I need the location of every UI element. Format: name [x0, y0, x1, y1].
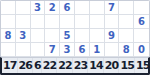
given-digit-cell: 3 [16, 29, 31, 43]
given-digit-cell: 8 [119, 43, 134, 57]
puzzle-board: 326768359736180 1726622222314201515 [0, 0, 150, 75]
given-digit-cell: 6 [60, 1, 75, 15]
puzzle-grid: 326768359736180 [0, 0, 150, 57]
empty-entry-cell[interactable] [1, 43, 16, 57]
empty-entry-cell[interactable] [105, 43, 120, 57]
column-sum: 15 [119, 58, 135, 73]
empty-entry-cell[interactable] [16, 15, 31, 29]
column-sum: 22 [57, 58, 73, 73]
column-sums-row: 1726622222314201515 [0, 57, 150, 75]
given-digit-cell: 3 [31, 1, 46, 15]
empty-entry-cell[interactable] [16, 1, 31, 15]
empty-entry-cell[interactable] [60, 15, 75, 29]
empty-entry-cell[interactable] [75, 15, 90, 29]
empty-entry-cell[interactable] [75, 1, 90, 15]
given-digit-cell: 8 [1, 29, 16, 43]
given-digit-cell: 6 [75, 43, 90, 57]
column-sum: 15 [135, 58, 150, 73]
given-digit-cell: 1 [90, 43, 105, 57]
empty-entry-cell[interactable] [1, 1, 16, 15]
column-sum: 17 [2, 58, 18, 73]
empty-entry-cell[interactable] [90, 1, 105, 15]
column-sum: 22 [42, 58, 58, 73]
empty-entry-cell[interactable] [45, 15, 60, 29]
empty-entry-cell[interactable] [31, 43, 46, 57]
given-digit-cell: 5 [60, 29, 75, 43]
given-digit-cell: 3 [60, 43, 75, 57]
column-sum: 20 [104, 58, 120, 73]
empty-entry-cell[interactable] [119, 15, 134, 29]
column-sum: 23 [73, 58, 89, 73]
given-digit-cell: 7 [105, 1, 120, 15]
given-digit-cell: 2 [45, 1, 60, 15]
given-digit-cell: 9 [105, 29, 120, 43]
empty-entry-cell[interactable] [75, 29, 90, 43]
given-digit-cell: 7 [45, 43, 60, 57]
empty-entry-cell[interactable] [45, 29, 60, 43]
empty-entry-cell[interactable] [1, 15, 16, 29]
empty-entry-cell[interactable] [134, 1, 149, 15]
empty-entry-cell[interactable] [31, 15, 46, 29]
empty-entry-cell[interactable] [16, 43, 31, 57]
column-sum: 14 [88, 58, 104, 73]
given-digit-cell: 0 [134, 43, 149, 57]
empty-entry-cell[interactable] [90, 29, 105, 43]
empty-entry-cell[interactable] [31, 29, 46, 43]
empty-entry-cell[interactable] [134, 29, 149, 43]
empty-entry-cell[interactable] [119, 29, 134, 43]
given-digit-cell: 6 [134, 15, 149, 29]
empty-entry-cell[interactable] [105, 15, 120, 29]
empty-entry-cell[interactable] [119, 1, 134, 15]
column-sum: 6 [33, 58, 42, 73]
empty-entry-cell[interactable] [90, 15, 105, 29]
column-sum: 26 [18, 58, 34, 73]
